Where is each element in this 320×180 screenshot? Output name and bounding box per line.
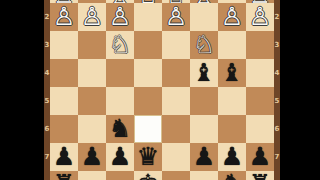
square-a3[interactable] — [246, 31, 274, 59]
rank-label-7: 7 — [44, 152, 50, 162]
piece-black-queen-e7[interactable]: ♛ — [134, 143, 162, 171]
piece-white-pawn-g2[interactable]: ♙ — [78, 3, 106, 31]
square-f7[interactable]: ♟ — [106, 143, 134, 171]
square-d5[interactable] — [162, 87, 190, 115]
square-a7[interactable]: ♟ — [246, 143, 274, 171]
piece-white-knight-c3[interactable]: ♘ — [190, 31, 218, 59]
square-e4[interactable] — [134, 59, 162, 87]
rank-label-6: 6 — [274, 124, 280, 134]
square-g7[interactable]: ♟ — [78, 143, 106, 171]
square-c4[interactable]: ♝ — [190, 59, 218, 87]
square-g4[interactable] — [78, 59, 106, 87]
piece-black-knight-b8[interactable]: ♞ — [218, 170, 246, 180]
board-frame-right: 12345678 — [274, 0, 280, 180]
square-d7[interactable] — [162, 143, 190, 171]
square-c5[interactable] — [190, 87, 218, 115]
piece-black-pawn-g7[interactable]: ♟ — [78, 143, 106, 171]
piece-white-pawn-h2[interactable]: ♙ — [50, 3, 78, 31]
rank-label-5: 5 — [44, 96, 50, 106]
rank-label-3: 3 — [44, 40, 50, 50]
piece-black-pawn-h7[interactable]: ♟ — [50, 143, 78, 171]
square-f5[interactable] — [106, 87, 134, 115]
square-d3[interactable] — [162, 31, 190, 59]
rank-label-7: 7 — [274, 152, 280, 162]
square-d4[interactable] — [162, 59, 190, 87]
piece-black-pawn-c7[interactable]: ♟ — [190, 143, 218, 171]
piece-black-king-e8[interactable]: ♚ — [134, 170, 162, 180]
square-e7[interactable]: ♛ — [134, 143, 162, 171]
square-f6[interactable]: ♞ — [106, 115, 134, 143]
square-f8[interactable] — [106, 171, 134, 180]
piece-black-knight-f6[interactable]: ♞ — [106, 115, 134, 143]
rank-label-4: 4 — [44, 68, 50, 78]
square-f4[interactable] — [106, 59, 134, 87]
square-h2[interactable]: ♙ — [50, 3, 78, 31]
piece-white-pawn-a2[interactable]: ♙ — [246, 3, 274, 31]
square-d8[interactable] — [162, 171, 190, 180]
square-e8[interactable]: ♚ — [134, 171, 162, 180]
piece-black-pawn-b7[interactable]: ♟ — [218, 143, 246, 171]
square-a5[interactable] — [246, 87, 274, 115]
piece-white-pawn-b2[interactable]: ♙ — [218, 3, 246, 31]
square-e6[interactable] — [134, 115, 162, 143]
piece-white-pawn-f2[interactable]: ♙ — [106, 3, 134, 31]
piece-black-rook-a8[interactable]: ♜ — [246, 170, 274, 180]
piece-black-bishop-b4[interactable]: ♝ — [218, 59, 246, 87]
piece-white-pawn-d2[interactable]: ♙ — [162, 3, 190, 31]
rank-label-6: 6 — [44, 124, 50, 134]
square-a6[interactable] — [246, 115, 274, 143]
square-h4[interactable] — [50, 59, 78, 87]
square-e5[interactable] — [134, 87, 162, 115]
square-b4[interactable]: ♝ — [218, 59, 246, 87]
square-c6[interactable] — [190, 115, 218, 143]
square-h3[interactable] — [50, 31, 78, 59]
square-h8[interactable]: ♜ — [50, 171, 78, 180]
square-b5[interactable] — [218, 87, 246, 115]
piece-white-knight-f3[interactable]: ♘ — [106, 31, 134, 59]
square-d2[interactable]: ♙ — [162, 3, 190, 31]
square-d6[interactable] — [162, 115, 190, 143]
square-e2[interactable] — [134, 3, 162, 31]
chess-board-diagram: 12345678 ♖♗♔♕♗♖♙♙♙♙♙♙♘♘♝♝♞♟♟♟♛♟♟♟♜♚♞♜ 12… — [0, 0, 320, 180]
square-b7[interactable]: ♟ — [218, 143, 246, 171]
square-f3[interactable]: ♘ — [106, 31, 134, 59]
square-g6[interactable] — [78, 115, 106, 143]
piece-black-pawn-a7[interactable]: ♟ — [246, 143, 274, 171]
square-a4[interactable] — [246, 59, 274, 87]
square-g5[interactable] — [78, 87, 106, 115]
square-g2[interactable]: ♙ — [78, 3, 106, 31]
square-e3[interactable] — [134, 31, 162, 59]
square-c2[interactable] — [190, 3, 218, 31]
square-b8[interactable]: ♞ — [218, 171, 246, 180]
board-frame-left: 12345678 — [44, 0, 50, 180]
square-c7[interactable]: ♟ — [190, 143, 218, 171]
square-b3[interactable] — [218, 31, 246, 59]
piece-black-rook-h8[interactable]: ♜ — [50, 170, 78, 180]
piece-black-bishop-c4[interactable]: ♝ — [190, 59, 218, 87]
piece-black-pawn-f7[interactable]: ♟ — [106, 143, 134, 171]
rank-label-4: 4 — [274, 68, 280, 78]
square-h7[interactable]: ♟ — [50, 143, 78, 171]
square-c3[interactable]: ♘ — [190, 31, 218, 59]
chess-board[interactable]: ♖♗♔♕♗♖♙♙♙♙♙♙♘♘♝♝♞♟♟♟♛♟♟♟♜♚♞♜ — [50, 0, 274, 180]
square-c8[interactable] — [190, 171, 218, 180]
square-a8[interactable]: ♜ — [246, 171, 274, 180]
square-h5[interactable] — [50, 87, 78, 115]
square-g3[interactable] — [78, 31, 106, 59]
rank-label-2: 2 — [44, 12, 50, 22]
square-f2[interactable]: ♙ — [106, 3, 134, 31]
square-h6[interactable] — [50, 115, 78, 143]
rank-label-3: 3 — [274, 40, 280, 50]
rank-label-2: 2 — [274, 12, 280, 22]
square-a2[interactable]: ♙ — [246, 3, 274, 31]
square-g8[interactable] — [78, 171, 106, 180]
square-b2[interactable]: ♙ — [218, 3, 246, 31]
rank-label-5: 5 — [274, 96, 280, 106]
square-b6[interactable] — [218, 115, 246, 143]
